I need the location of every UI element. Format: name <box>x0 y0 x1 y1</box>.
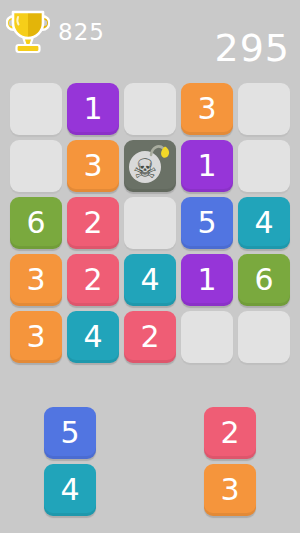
tray-piece-right[interactable]: 23 <box>204 407 256 516</box>
tile-3[interactable]: 3 <box>181 83 233 135</box>
empty-cell[interactable] <box>124 83 176 135</box>
tray-tile-5[interactable]: 5 <box>44 407 96 459</box>
tray-piece-left[interactable]: 54 <box>44 407 96 516</box>
tile-1[interactable]: 1 <box>67 83 119 135</box>
tile-4[interactable]: 4 <box>124 254 176 306</box>
tile-2[interactable]: 2 <box>67 254 119 306</box>
tile-2[interactable]: 2 <box>67 197 119 249</box>
tray-tile-4[interactable]: 4 <box>44 464 96 516</box>
tray-tile-2[interactable]: 2 <box>204 407 256 459</box>
tile-3[interactable]: 3 <box>10 311 62 363</box>
tile-4[interactable]: 4 <box>238 197 290 249</box>
tile-4[interactable]: 4 <box>67 311 119 363</box>
tile-6[interactable]: 6 <box>238 254 290 306</box>
empty-cell[interactable] <box>124 197 176 249</box>
empty-cell[interactable] <box>238 140 290 192</box>
board-grid: 133 ☠ 1625432416342 <box>10 83 290 363</box>
trophy-icon <box>6 8 50 55</box>
empty-cell[interactable] <box>10 140 62 192</box>
tile-3[interactable]: 3 <box>10 254 62 306</box>
tile-2[interactable]: 2 <box>124 311 176 363</box>
tray-tile-3[interactable]: 3 <box>204 464 256 516</box>
tile-5[interactable]: 5 <box>181 197 233 249</box>
game-screen: 825 295 133 ☠ 1625432416342 54 23 <box>0 0 300 533</box>
bomb-fuse-icon <box>124 140 176 192</box>
tile-3[interactable]: 3 <box>67 140 119 192</box>
empty-cell[interactable] <box>238 83 290 135</box>
tile-1[interactable]: 1 <box>181 140 233 192</box>
empty-cell[interactable] <box>238 311 290 363</box>
tile-6[interactable]: 6 <box>10 197 62 249</box>
bomb-cell[interactable]: ☠ <box>124 140 176 192</box>
tile-1[interactable]: 1 <box>181 254 233 306</box>
trophy-score: 825 <box>58 19 105 45</box>
empty-cell[interactable] <box>181 311 233 363</box>
current-score: 295 <box>214 29 290 67</box>
empty-cell[interactable] <box>10 83 62 135</box>
